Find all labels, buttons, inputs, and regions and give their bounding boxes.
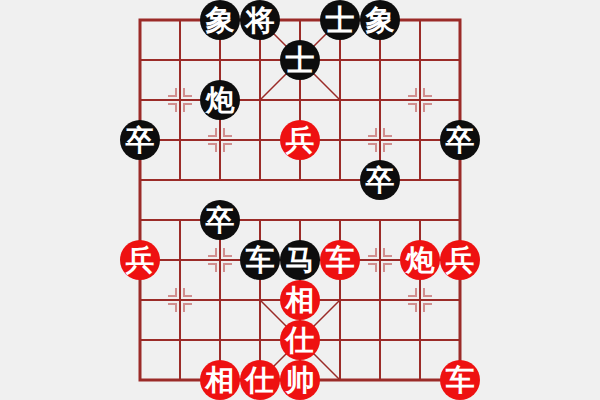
red-general[interactable]: 帅 xyxy=(280,360,320,400)
red-elephant[interactable]: 相 xyxy=(280,280,320,320)
red-chariot[interactable]: 车 xyxy=(320,240,360,280)
black-soldier[interactable]: 卒 xyxy=(120,120,160,160)
black-general[interactable]: 将 xyxy=(240,0,280,40)
xiangqi-board: 象将士象士炮卒兵卒卒卒兵车马车炮兵相仕相仕帅车 xyxy=(0,0,600,400)
black-soldier[interactable]: 卒 xyxy=(440,120,480,160)
red-soldier[interactable]: 兵 xyxy=(280,120,320,160)
red-soldier[interactable]: 兵 xyxy=(120,240,160,280)
black-cannon[interactable]: 炮 xyxy=(200,80,240,120)
black-advisor[interactable]: 士 xyxy=(320,0,360,40)
pieces-layer: 象将士象士炮卒兵卒卒卒兵车马车炮兵相仕相仕帅车 xyxy=(0,0,600,400)
black-soldier[interactable]: 卒 xyxy=(200,200,240,240)
black-horse[interactable]: 马 xyxy=(280,240,320,280)
red-soldier[interactable]: 兵 xyxy=(440,240,480,280)
red-advisor[interactable]: 仕 xyxy=(280,320,320,360)
black-soldier[interactable]: 卒 xyxy=(360,160,400,200)
black-elephant[interactable]: 象 xyxy=(200,0,240,40)
black-advisor[interactable]: 士 xyxy=(280,40,320,80)
black-elephant[interactable]: 象 xyxy=(360,0,400,40)
red-advisor[interactable]: 仕 xyxy=(240,360,280,400)
black-chariot[interactable]: 车 xyxy=(240,240,280,280)
red-elephant[interactable]: 相 xyxy=(200,360,240,400)
red-chariot[interactable]: 车 xyxy=(440,360,480,400)
red-cannon[interactable]: 炮 xyxy=(400,240,440,280)
